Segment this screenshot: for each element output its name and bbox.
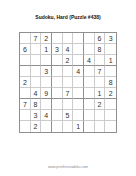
cell-r5c9[interactable]: 8 — [105, 77, 116, 88]
cell-r1c2[interactable]: 7 — [31, 33, 42, 44]
cell-r4c8[interactable]: 7 — [95, 66, 106, 77]
cell-r9c3[interactable] — [41, 121, 52, 132]
cell-r2c3[interactable]: 1 — [41, 44, 52, 55]
cell-r6c5[interactable]: 7 — [63, 88, 74, 99]
cell-r3c4[interactable] — [52, 55, 63, 66]
cell-r4c4[interactable] — [52, 66, 63, 77]
cell-r5c2[interactable] — [31, 77, 42, 88]
cell-r6c1[interactable] — [20, 88, 31, 99]
cell-r1c9[interactable]: 3 — [105, 33, 116, 44]
cell-r7c2[interactable]: 8 — [31, 99, 42, 110]
cell-r1c8[interactable]: 6 — [95, 33, 106, 44]
cell-r1c5[interactable] — [63, 33, 74, 44]
cell-r7c3[interactable] — [41, 99, 52, 110]
cell-r1c6[interactable] — [73, 33, 84, 44]
cell-r9c1[interactable] — [20, 121, 31, 132]
cell-r7c7[interactable] — [84, 99, 95, 110]
cell-r9c2[interactable]: 2 — [31, 121, 42, 132]
cell-r2c1[interactable]: 6 — [20, 44, 31, 55]
cell-r5c8[interactable] — [95, 77, 106, 88]
cell-r7c1[interactable]: 7 — [20, 99, 31, 110]
cell-r4c3[interactable]: 3 — [41, 66, 52, 77]
cell-r4c5[interactable] — [63, 66, 74, 77]
cell-r7c9[interactable] — [105, 99, 116, 110]
cell-r6c8[interactable]: 1 — [95, 88, 106, 99]
cell-r3c7[interactable]: 4 — [84, 55, 95, 66]
cell-r2c9[interactable] — [105, 44, 116, 55]
cell-r8c6[interactable] — [73, 110, 84, 121]
cell-r8c2[interactable]: 3 — [31, 110, 42, 121]
cell-r8c9[interactable] — [105, 110, 116, 121]
page: Sudoku, Hard (Puzzle #438) 7263613482413… — [0, 0, 136, 176]
cell-r9c4[interactable] — [52, 121, 63, 132]
cell-r5c4[interactable] — [52, 77, 63, 88]
cell-r4c6[interactable]: 4 — [73, 66, 84, 77]
cell-r3c8[interactable] — [95, 55, 106, 66]
cell-r6c4[interactable] — [52, 88, 63, 99]
cell-r9c6[interactable]: 1 — [73, 121, 84, 132]
cell-r6c3[interactable]: 9 — [41, 88, 52, 99]
cell-r2c2[interactable] — [31, 44, 42, 55]
cell-r7c4[interactable] — [52, 99, 63, 110]
cell-r2c5[interactable]: 4 — [63, 44, 74, 55]
puzzle-title: Sudoku, Hard (Puzzle #438) — [0, 14, 136, 20]
cell-r3c3[interactable] — [41, 55, 52, 66]
cell-r5c6[interactable] — [73, 77, 84, 88]
sudoku-board: 726361348241347284971278234521 — [19, 32, 117, 133]
cell-r3c5[interactable]: 2 — [63, 55, 74, 66]
cell-r1c4[interactable] — [52, 33, 63, 44]
cell-r1c1[interactable] — [20, 33, 31, 44]
cell-r8c8[interactable] — [95, 110, 106, 121]
cell-r4c9[interactable] — [105, 66, 116, 77]
cell-r9c9[interactable] — [105, 121, 116, 132]
cell-r5c5[interactable] — [63, 77, 74, 88]
cell-r5c3[interactable] — [41, 77, 52, 88]
cell-r2c4[interactable]: 3 — [52, 44, 63, 55]
cell-r5c1[interactable]: 2 — [20, 77, 31, 88]
cell-r9c8[interactable] — [95, 121, 106, 132]
cell-r2c8[interactable]: 8 — [95, 44, 106, 55]
cell-r7c5[interactable] — [63, 99, 74, 110]
cell-r4c7[interactable] — [84, 66, 95, 77]
cell-r3c2[interactable] — [31, 55, 42, 66]
cell-r9c5[interactable] — [63, 121, 74, 132]
cell-r6c2[interactable]: 4 — [31, 88, 42, 99]
cell-r3c6[interactable] — [73, 55, 84, 66]
cell-r5c7[interactable] — [84, 77, 95, 88]
cell-r7c6[interactable] — [73, 99, 84, 110]
cell-r1c3[interactable]: 2 — [41, 33, 52, 44]
cell-r8c5[interactable]: 5 — [63, 110, 74, 121]
cell-r3c9[interactable]: 1 — [105, 55, 116, 66]
cell-r3c1[interactable] — [20, 55, 31, 66]
cell-r8c1[interactable] — [20, 110, 31, 121]
cell-r6c9[interactable]: 2 — [105, 88, 116, 99]
cell-r4c1[interactable] — [20, 66, 31, 77]
footer-url: www.printfreesudoku.com — [0, 165, 136, 169]
cell-r6c7[interactable] — [84, 88, 95, 99]
cell-r1c7[interactable] — [84, 33, 95, 44]
cell-r4c2[interactable] — [31, 66, 42, 77]
cell-r9c7[interactable] — [84, 121, 95, 132]
cell-r6c6[interactable] — [73, 88, 84, 99]
cell-r7c8[interactable]: 2 — [95, 99, 106, 110]
cell-r8c3[interactable]: 4 — [41, 110, 52, 121]
cell-r8c4[interactable] — [52, 110, 63, 121]
cell-r2c6[interactable] — [73, 44, 84, 55]
cell-r8c7[interactable] — [84, 110, 95, 121]
cell-r2c7[interactable] — [84, 44, 95, 55]
